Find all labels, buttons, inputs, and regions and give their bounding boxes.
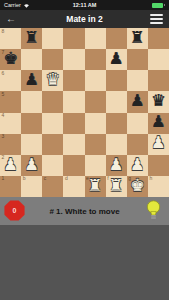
square-e2[interactable] [85, 155, 106, 176]
square-g2[interactable]: ♟ [127, 155, 148, 176]
piece-white-pawn[interactable]: ♟ [109, 157, 124, 175]
square-d3[interactable] [63, 134, 84, 155]
square-h1[interactable]: h [148, 176, 169, 197]
square-g8[interactable]: ♜ [127, 28, 148, 49]
square-g3[interactable] [127, 134, 148, 155]
square-a3[interactable]: 3 [0, 134, 21, 155]
square-g5[interactable]: ♟ [127, 91, 148, 112]
square-c1[interactable]: c [42, 176, 63, 197]
back-button[interactable]: ← [6, 14, 16, 24]
carrier-label: Carrier [4, 2, 21, 8]
move-bar: 0 # 1. White to move [0, 197, 169, 225]
bottom-panel [0, 225, 169, 300]
coordinate-label: h [149, 176, 152, 181]
square-e6[interactable] [85, 70, 106, 91]
piece-white-king[interactable]: ♚ [130, 178, 145, 196]
square-f5[interactable] [106, 91, 127, 112]
piece-black-rook[interactable]: ♜ [130, 30, 145, 48]
square-d6[interactable] [63, 70, 84, 91]
square-h7[interactable] [148, 49, 169, 70]
status-bar: Carrier 12:11 AM [0, 0, 169, 10]
square-c8[interactable] [42, 28, 63, 49]
error-count: 0 [13, 207, 17, 214]
chess-board: 8♜♜7♚♟6♟♛5♟♛4♟3♟2♟♟♟♟1bcde♜f♜g♚h [0, 28, 169, 197]
page-title: Mate in 2 [0, 14, 169, 24]
square-a6[interactable]: 6 [0, 70, 21, 91]
square-f3[interactable] [106, 134, 127, 155]
coordinate-label: e [86, 176, 89, 181]
coordinate-label: b [23, 176, 26, 181]
coordinate-label: 8 [2, 29, 5, 34]
square-f7[interactable]: ♟ [106, 49, 127, 70]
coordinate-label: 7 [2, 50, 5, 55]
hamburger-menu-button[interactable] [150, 14, 163, 23]
square-e8[interactable] [85, 28, 106, 49]
piece-black-pawn[interactable]: ♟ [130, 93, 145, 111]
square-g6[interactable] [127, 70, 148, 91]
piece-white-rook[interactable]: ♜ [109, 178, 124, 196]
coordinate-label: d [65, 176, 68, 181]
square-b5[interactable] [21, 91, 42, 112]
coordinate-label: c [44, 176, 47, 181]
battery-icon [152, 3, 165, 8]
header: ← Mate in 2 [0, 10, 169, 28]
piece-black-rook[interactable]: ♜ [24, 30, 39, 48]
piece-white-pawn[interactable]: ♟ [24, 157, 39, 175]
piece-white-pawn[interactable]: ♟ [130, 157, 145, 175]
piece-white-queen[interactable]: ♛ [45, 72, 60, 90]
square-b1[interactable]: b [21, 176, 42, 197]
square-a7[interactable]: 7♚ [0, 49, 21, 70]
piece-black-queen[interactable]: ♛ [151, 93, 166, 111]
piece-black-pawn[interactable]: ♟ [151, 114, 166, 132]
square-d2[interactable] [63, 155, 84, 176]
square-f4[interactable] [106, 113, 127, 134]
square-c5[interactable] [42, 91, 63, 112]
coordinate-label: g [128, 176, 131, 181]
square-g7[interactable] [127, 49, 148, 70]
square-f6[interactable] [106, 70, 127, 91]
square-a2[interactable]: 2♟ [0, 155, 21, 176]
square-e4[interactable] [85, 113, 106, 134]
coordinate-label: 6 [2, 71, 5, 76]
hamburger-icon [150, 14, 163, 16]
square-e7[interactable] [85, 49, 106, 70]
square-b2[interactable]: ♟ [21, 155, 42, 176]
piece-white-pawn[interactable]: ♟ [151, 135, 166, 153]
square-a5[interactable]: 5 [0, 91, 21, 112]
coordinate-label: 1 [2, 176, 5, 181]
square-g4[interactable] [127, 113, 148, 134]
square-c3[interactable] [42, 134, 63, 155]
coordinate-label: 2 [2, 155, 5, 160]
coordinate-label: 3 [2, 134, 5, 139]
square-h3[interactable]: ♟ [148, 134, 169, 155]
square-e3[interactable] [85, 134, 106, 155]
square-d1[interactable]: d [63, 176, 84, 197]
square-b6[interactable]: ♟ [21, 70, 42, 91]
square-g1[interactable]: g♚ [127, 176, 148, 197]
hint-lightbulb-button[interactable] [146, 200, 161, 222]
wifi-icon [23, 3, 30, 8]
square-a8[interactable]: 8 [0, 28, 21, 49]
piece-black-pawn[interactable]: ♟ [24, 72, 39, 90]
coordinate-label: 5 [2, 92, 5, 97]
square-f1[interactable]: f♜ [106, 176, 127, 197]
square-b4[interactable] [21, 113, 42, 134]
square-d8[interactable] [63, 28, 84, 49]
square-c2[interactable] [42, 155, 63, 176]
square-b3[interactable] [21, 134, 42, 155]
square-f2[interactable]: ♟ [106, 155, 127, 176]
square-c6[interactable]: ♛ [42, 70, 63, 91]
square-h4[interactable]: ♟ [148, 113, 169, 134]
square-d7[interactable] [63, 49, 84, 70]
square-h6[interactable] [148, 70, 169, 91]
piece-white-pawn[interactable]: ♟ [3, 157, 18, 175]
error-count-badge: 0 [4, 200, 25, 221]
square-d4[interactable] [63, 113, 84, 134]
piece-white-rook[interactable]: ♜ [88, 178, 103, 196]
app-window: Carrier 12:11 AM ← Mate in 2 8♜♜7♚♟6♟♛5♟… [0, 0, 169, 300]
square-c4[interactable] [42, 113, 63, 134]
square-h5[interactable]: ♛ [148, 91, 169, 112]
square-c7[interactable] [42, 49, 63, 70]
square-h2[interactable] [148, 155, 169, 176]
square-f8[interactable] [106, 28, 127, 49]
square-b8[interactable]: ♜ [21, 28, 42, 49]
square-a4[interactable]: 4 [0, 113, 21, 134]
square-b7[interactable] [21, 49, 42, 70]
coordinate-label: 4 [2, 113, 5, 118]
move-status-text: # 1. White to move [49, 207, 119, 216]
square-a1[interactable]: 1 [0, 176, 21, 197]
square-d5[interactable] [63, 91, 84, 112]
square-e5[interactable] [85, 91, 106, 112]
piece-black-king[interactable]: ♚ [3, 51, 18, 69]
coordinate-label: f [107, 176, 108, 181]
piece-black-pawn[interactable]: ♟ [109, 51, 124, 69]
square-h8[interactable] [148, 28, 169, 49]
square-e1[interactable]: e♜ [85, 176, 106, 197]
